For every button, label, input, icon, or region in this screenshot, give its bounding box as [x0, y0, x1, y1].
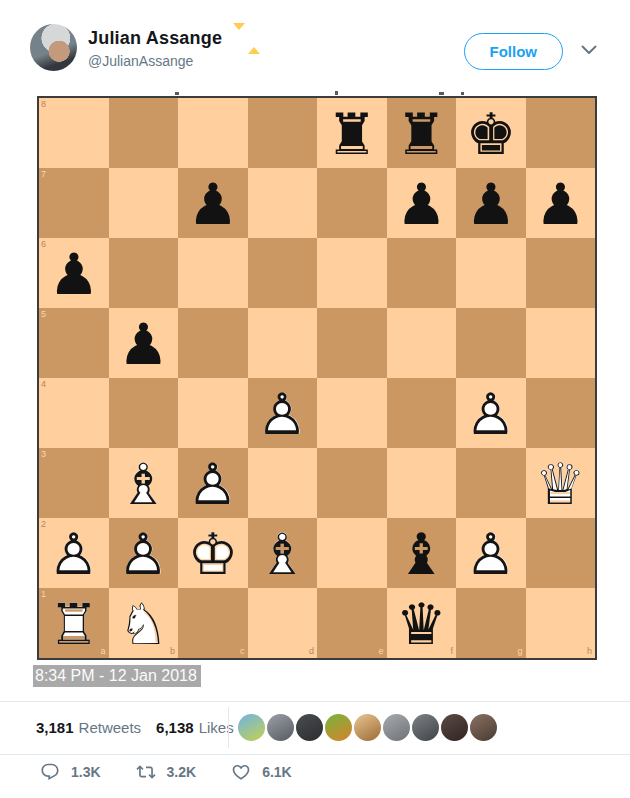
chess-board: 8♜♜♚7♟♟♟♟6♟5♟4♟♙♟♙3♝♗♟♙♛♕2♟♙♟♙♚♔♝♗♝♟♙1a♜… — [37, 96, 597, 660]
hourglass-emoji — [231, 30, 246, 48]
rank-label: 7 — [41, 170, 46, 179]
retweet-count: 3.2K — [167, 764, 197, 780]
rank-label: 8 — [41, 100, 46, 109]
square-h6 — [526, 238, 596, 308]
square-g4: ♟♙ — [456, 378, 526, 448]
square-f2: ♝ — [387, 518, 457, 588]
square-g1: g — [456, 588, 526, 658]
square-a7: 7 — [39, 168, 109, 238]
square-f3 — [387, 448, 457, 518]
follow-button[interactable]: Follow — [464, 33, 564, 70]
white-knight: ♞♘ — [109, 588, 179, 658]
black-bishop: ♝ — [387, 518, 457, 588]
avatar-dim-portrait[interactable] — [470, 714, 497, 741]
file-label: g — [517, 647, 522, 656]
avatar-gray-portrait[interactable] — [267, 714, 294, 741]
square-e4 — [317, 378, 387, 448]
white-pawn: ♟♙ — [178, 448, 248, 518]
square-g6 — [456, 238, 526, 308]
black-pawn: ♟ — [387, 168, 457, 238]
display-name[interactable]: Julian Assange — [88, 28, 222, 49]
chevron-down-icon[interactable] — [581, 45, 597, 55]
square-d4: ♟♙ — [248, 378, 318, 448]
square-b6 — [109, 238, 179, 308]
square-h5 — [526, 308, 596, 378]
square-g8: ♚ — [456, 98, 526, 168]
square-g7: ♟ — [456, 168, 526, 238]
square-a6: 6♟ — [39, 238, 109, 308]
rank-label: 3 — [41, 450, 46, 459]
white-rook: ♜♖ — [39, 588, 109, 658]
black-pawn: ♟ — [456, 168, 526, 238]
white-pawn: ♟♙ — [39, 518, 109, 588]
rank-label: 4 — [41, 380, 46, 389]
square-e5 — [317, 308, 387, 378]
square-e1: e — [317, 588, 387, 658]
square-e2 — [317, 518, 387, 588]
square-e8: ♜ — [317, 98, 387, 168]
square-f6 — [387, 238, 457, 308]
square-d3 — [248, 448, 318, 518]
user-name-block: Julian Assange @JulianAssange — [88, 28, 246, 69]
avatar-cartoon-figure[interactable] — [325, 714, 352, 741]
like-count[interactable]: 6,138 — [156, 719, 194, 736]
square-c6 — [178, 238, 248, 308]
file-label: h — [587, 647, 592, 656]
rank-label: 5 — [41, 310, 46, 319]
avatar-dark-figure[interactable] — [441, 714, 468, 741]
square-a8: 8 — [39, 98, 109, 168]
square-e3 — [317, 448, 387, 518]
timestamp[interactable]: 8:34 PM - 12 Jan 2018 — [33, 667, 201, 685]
white-pawn: ♟♙ — [248, 378, 318, 448]
square-d1: d — [248, 588, 318, 658]
black-rook: ♜ — [317, 98, 387, 168]
square-h4 — [526, 378, 596, 448]
avatar-dark-emblem[interactable] — [296, 714, 323, 741]
square-d8 — [248, 98, 318, 168]
square-e6 — [317, 238, 387, 308]
square-h3: ♛♕ — [526, 448, 596, 518]
square-c5 — [178, 308, 248, 378]
white-bishop: ♝♗ — [109, 448, 179, 518]
square-f7: ♟ — [387, 168, 457, 238]
reply-button[interactable]: 1.3K — [40, 762, 101, 782]
black-pawn: ♟ — [39, 238, 109, 308]
avatar-acorns[interactable] — [354, 714, 381, 741]
square-g5 — [456, 308, 526, 378]
black-pawn: ♟ — [109, 308, 179, 378]
user-handle[interactable]: @JulianAssange — [88, 53, 246, 69]
square-b2: ♟♙ — [109, 518, 179, 588]
square-c2: ♚♔ — [178, 518, 248, 588]
square-f1: f♛ — [387, 588, 457, 658]
white-pawn: ♟♙ — [456, 378, 526, 448]
like-count: 6.1K — [262, 764, 292, 780]
square-g2: ♟♙ — [456, 518, 526, 588]
square-b4 — [109, 378, 179, 448]
square-b3: ♝♗ — [109, 448, 179, 518]
timestamp-selected-text[interactable]: 8:34 PM - 12 Jan 2018 — [33, 665, 201, 687]
white-queen: ♛♕ — [526, 448, 596, 518]
square-b5: ♟ — [109, 308, 179, 378]
file-label: d — [309, 647, 314, 656]
square-c8 — [178, 98, 248, 168]
black-pawn: ♟ — [178, 168, 248, 238]
engagement-avatars — [238, 714, 497, 741]
square-f4 — [387, 378, 457, 448]
tweet-card: Julian Assange @JulianAssange Follow 8♜♜… — [0, 0, 630, 798]
square-g3 — [456, 448, 526, 518]
reply-count: 1.3K — [71, 764, 101, 780]
square-d5 — [248, 308, 318, 378]
avatar-shaded-face[interactable] — [412, 714, 439, 741]
reply-icon — [40, 762, 60, 782]
engagement-stats: 3,181 Retweets 6,138 Likes — [36, 719, 234, 736]
retweet-label[interactable]: Retweets — [79, 719, 142, 736]
square-a3: 3 — [39, 448, 109, 518]
vertical-divider — [228, 707, 229, 748]
cropped-text-strip — [37, 88, 597, 96]
square-c1: c — [178, 588, 248, 658]
divider — [0, 701, 630, 702]
tweet-action-bar: 1.3K 3.2K 6.1K — [40, 762, 292, 782]
square-d7 — [248, 168, 318, 238]
square-d6 — [248, 238, 318, 308]
like-button[interactable]: 6.1K — [231, 762, 292, 782]
square-h7: ♟ — [526, 168, 596, 238]
heart-icon — [231, 762, 251, 782]
file-label: e — [378, 647, 383, 656]
square-c4 — [178, 378, 248, 448]
square-b7 — [109, 168, 179, 238]
divider — [0, 754, 630, 755]
square-a5: 5 — [39, 308, 109, 378]
black-queen: ♛ — [387, 588, 457, 658]
square-b8 — [109, 98, 179, 168]
square-d2: ♝♗ — [248, 518, 318, 588]
white-king: ♚♔ — [178, 518, 248, 588]
square-c3: ♟♙ — [178, 448, 248, 518]
retweet-count[interactable]: 3,181 — [36, 719, 74, 736]
square-a1: 1a♜♖ — [39, 588, 109, 658]
white-bishop: ♝♗ — [248, 518, 318, 588]
square-h1: h — [526, 588, 596, 658]
square-b1: b♞♘ — [109, 588, 179, 658]
black-king: ♚ — [456, 98, 526, 168]
white-pawn: ♟♙ — [109, 518, 179, 588]
square-a2: 2♟♙ — [39, 518, 109, 588]
file-label: c — [240, 647, 245, 656]
square-f5 — [387, 308, 457, 378]
black-rook: ♜ — [387, 98, 457, 168]
avatar-hivis-person[interactable] — [238, 714, 265, 741]
profile-avatar[interactable] — [30, 24, 77, 71]
square-h2 — [526, 518, 596, 588]
square-a4: 4 — [39, 378, 109, 448]
avatar-speckled-dark[interactable] — [383, 714, 410, 741]
square-e7 — [317, 168, 387, 238]
retweet-button[interactable]: 3.2K — [136, 762, 197, 782]
square-c7: ♟ — [178, 168, 248, 238]
square-h8 — [526, 98, 596, 168]
tweet-image-chessboard[interactable]: 8♜♜♚7♟♟♟♟6♟5♟4♟♙♟♙3♝♗♟♙♛♕2♟♙♟♙♚♔♝♗♝♟♙1a♜… — [37, 88, 597, 660]
retweet-icon — [136, 762, 156, 782]
black-pawn: ♟ — [526, 168, 596, 238]
white-pawn: ♟♙ — [456, 518, 526, 588]
square-f8: ♜ — [387, 98, 457, 168]
